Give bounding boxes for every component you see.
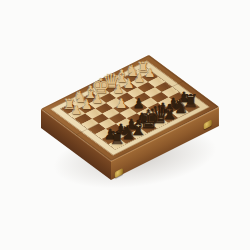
product-photo: ♜♞♝♛♚♝♞♜♟♟♟♟♟♟♟♟♟♟♟♟♟♟♟♟♜♞♝♛♚♝♞♜ <box>0 0 250 250</box>
brass-clasp-icon <box>204 119 212 129</box>
